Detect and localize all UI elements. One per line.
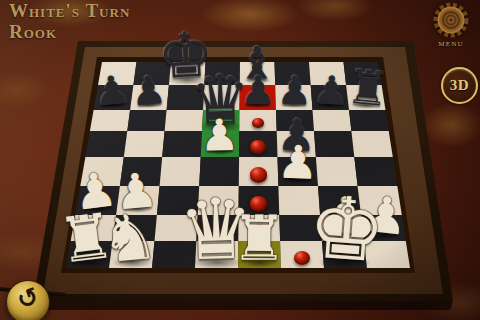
move-marker-e4[interactable] [250, 167, 267, 182]
turn-label: White's Turn [9, 1, 130, 22]
white-rook-e1[interactable]: ♜ [232, 208, 288, 270]
black-pawn-f7[interactable]: ♟ [276, 70, 313, 111]
undo-button[interactable]: ↺ [6, 280, 50, 320]
view-3d-button[interactable]: 3D [441, 67, 478, 104]
black-pawn-g7[interactable]: ♟ [312, 70, 350, 112]
menu-button[interactable]: Menu [429, 1, 473, 48]
turn-indicator: White's Turn Rook [9, 1, 130, 42]
chess-board: ♚♝♟♟♟♟♟♜♛♟♟♟♟♟♟♟♜♞♛♜♚ [0, 0, 480, 320]
black-rook-h7[interactable]: ♜ [344, 62, 390, 113]
move-marker-e5[interactable] [250, 140, 266, 154]
selected-piece-label: Rook [9, 22, 130, 43]
white-king-g1[interactable]: ♚ [305, 183, 388, 274]
menu-label: Menu [429, 40, 473, 48]
black-pawn-b7[interactable]: ♟ [129, 69, 167, 111]
app-window: ♚♝♟♟♟♟♟♜♛♟♟♟♟♟♟♟♜♞♛♜♚ White's Turn Rook … [0, 0, 480, 320]
white-pawn-d5[interactable]: ♟ [200, 113, 240, 158]
white-knight-b1[interactable]: ♞ [98, 204, 161, 273]
black-pawn-a7[interactable]: ♟ [92, 69, 131, 112]
gear-icon [432, 1, 470, 39]
